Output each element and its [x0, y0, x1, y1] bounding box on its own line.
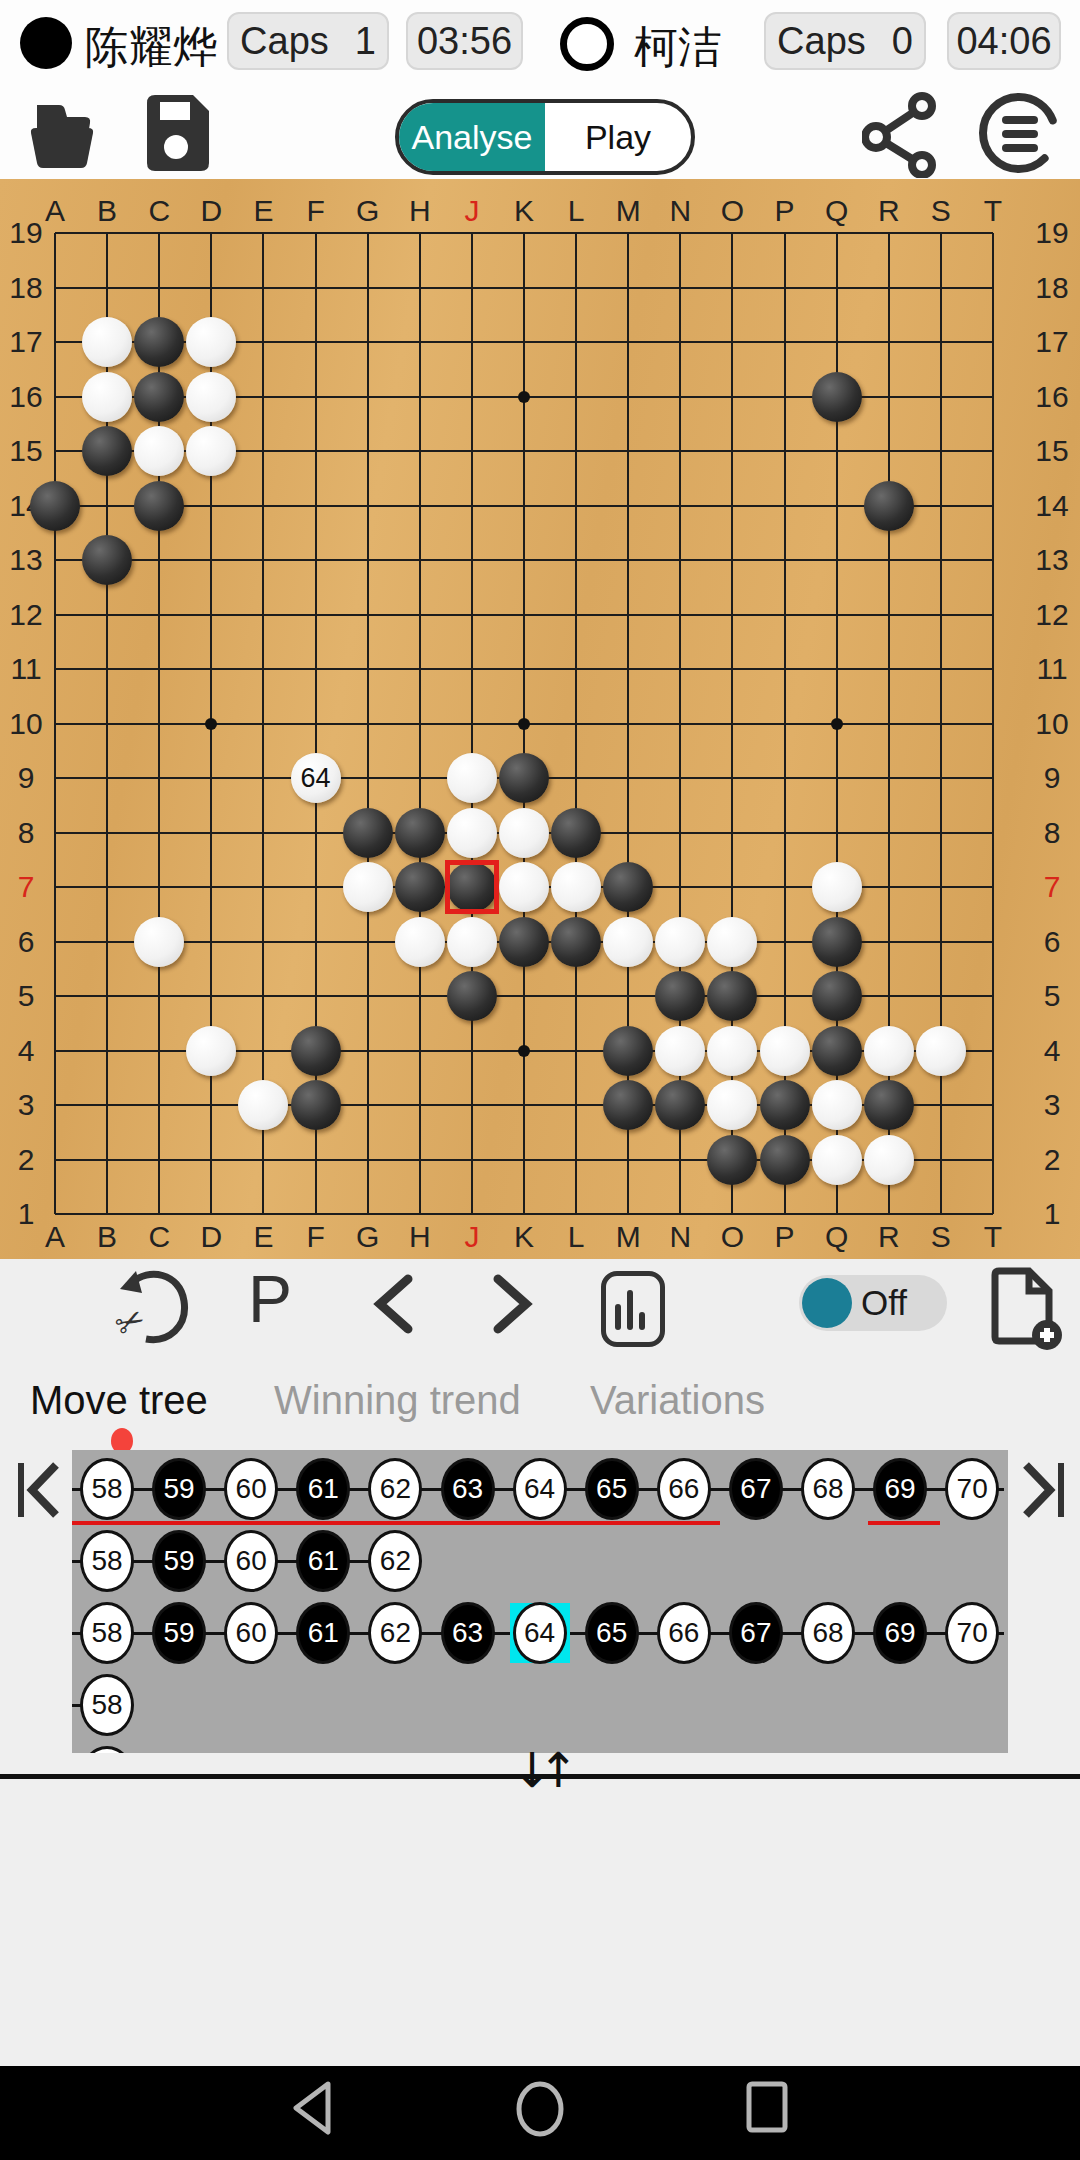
move-node[interactable]: 65 — [585, 1458, 639, 1520]
coord-label-row: 16 — [9, 380, 42, 414]
white-stone[interactable] — [864, 1026, 914, 1076]
share-icon[interactable] — [862, 92, 942, 182]
pass-button[interactable]: P — [248, 1261, 292, 1337]
coord-label-row: 5 — [1044, 979, 1061, 1013]
coord-label-row: 9 — [18, 761, 35, 795]
star-point — [518, 391, 530, 403]
caps-label: Caps — [240, 20, 329, 63]
move-node[interactable]: 59 — [152, 1458, 206, 1520]
toggle-label: Off — [861, 1283, 907, 1323]
coord-label-row: 14 — [1035, 489, 1068, 523]
coord-label-col: F — [306, 194, 324, 228]
coord-label-row: 7 — [1044, 870, 1061, 904]
move-node[interactable]: 61 — [296, 1458, 350, 1520]
black-stone[interactable] — [655, 971, 705, 1021]
skip-to-start-icon[interactable] — [16, 1461, 64, 1523]
coord-label-row: 12 — [1035, 598, 1068, 632]
coord-label-row: 18 — [9, 271, 42, 305]
coord-label-col: N — [669, 1220, 691, 1254]
coord-label-row: 15 — [1035, 434, 1068, 468]
coord-label-row: 9 — [1044, 761, 1061, 795]
nav-recents-icon[interactable] — [744, 2080, 790, 2134]
move-node[interactable]: 66 — [657, 1458, 711, 1520]
coord-label-row: 11 — [1036, 652, 1067, 686]
move-node[interactable]: 68 — [801, 1602, 855, 1664]
coord-label-row: 17 — [1035, 325, 1068, 359]
coord-label-col: C — [148, 1220, 170, 1254]
coord-label-col: B — [97, 1220, 117, 1254]
coord-label-col: L — [568, 1220, 585, 1254]
black-stone[interactable] — [812, 1026, 862, 1076]
black-stone[interactable] — [499, 917, 549, 967]
prev-move-icon[interactable] — [368, 1273, 420, 1339]
black-stone[interactable] — [760, 1135, 810, 1185]
move-node[interactable]: 63 — [441, 1602, 495, 1664]
move-node[interactable]: 67 — [729, 1458, 783, 1520]
star-point — [518, 1045, 530, 1057]
coord-label-col: A — [45, 194, 65, 228]
black-stone[interactable] — [812, 372, 862, 422]
app-screen: 陈耀烨 Caps1 03:56 柯洁 Caps0 04:06 — [0, 0, 1080, 2160]
coord-label-col: L — [568, 194, 585, 228]
move-node[interactable]: 63 — [441, 1458, 495, 1520]
black-stone[interactable] — [82, 535, 132, 585]
grid-line — [992, 233, 994, 1214]
coord-label-row: 13 — [1035, 543, 1068, 577]
move-node[interactable]: 62 — [368, 1458, 422, 1520]
move-tree-panel: 5859606162636465666768697058596061625859… — [72, 1450, 1008, 1753]
black-stone[interactable] — [499, 753, 549, 803]
move-node[interactable]: 59 — [152, 1602, 206, 1664]
clock-value: 04:06 — [956, 20, 1051, 63]
coord-label-col: P — [775, 194, 795, 228]
coord-label-col: D — [200, 194, 222, 228]
coord-label-col: A — [45, 1220, 65, 1254]
coord-label-col: K — [514, 194, 534, 228]
white-clock: 04:06 — [947, 12, 1061, 70]
coord-label-row: 15 — [9, 434, 42, 468]
move-node[interactable]: 70 — [945, 1458, 999, 1520]
clock-value: 03:56 — [417, 20, 512, 63]
black-stone[interactable] — [551, 917, 601, 967]
black-stone[interactable] — [707, 971, 757, 1021]
move-node[interactable]: 64 — [513, 1602, 567, 1664]
white-stone[interactable] — [447, 808, 497, 858]
nav-home-icon[interactable] — [514, 2080, 566, 2138]
mainline-underline — [72, 1521, 720, 1525]
coord-label-col: G — [356, 194, 379, 228]
white-stone[interactable] — [186, 372, 236, 422]
move-node[interactable]: 67 — [729, 1602, 783, 1664]
black-stone[interactable] — [603, 1080, 653, 1130]
move-node[interactable]: 60 — [224, 1530, 278, 1592]
coord-label-col: Q — [825, 194, 848, 228]
coord-label-col: M — [616, 194, 641, 228]
coord-label-row: 1 — [1044, 1197, 1061, 1231]
move-node[interactable]: 58 — [80, 1674, 134, 1736]
white-stone[interactable] — [655, 1026, 705, 1076]
move-node[interactable]: 65 — [585, 1602, 639, 1664]
star-point — [205, 718, 217, 730]
coord-label-col: D — [200, 1220, 222, 1254]
resize-handle[interactable]: ↓↑ — [512, 1742, 564, 1798]
caps-value: 0 — [892, 20, 913, 63]
black-captures-badge: Caps1 — [227, 12, 389, 70]
coord-label-row: 3 — [1044, 1088, 1061, 1122]
white-stone[interactable] — [760, 1026, 810, 1076]
black-stone[interactable] — [395, 862, 445, 912]
white-stone[interactable] — [707, 1080, 757, 1130]
coord-label-row: 13 — [9, 543, 42, 577]
coord-label-row: 2 — [18, 1143, 35, 1177]
coord-label-col: T — [984, 1220, 1002, 1254]
white-stone[interactable] — [916, 1026, 966, 1076]
coord-label-col: J — [464, 1220, 479, 1254]
coord-label-col: N — [669, 194, 691, 228]
coord-label-row: 1 — [18, 1197, 35, 1231]
coord-label-col: R — [878, 1220, 900, 1254]
android-navbar — [0, 2066, 1080, 2160]
white-stone[interactable] — [707, 917, 757, 967]
black-stone[interactable] — [343, 808, 393, 858]
move-node[interactable]: 59 — [152, 1530, 206, 1592]
open-file-icon[interactable] — [25, 93, 99, 177]
new-variation-icon[interactable] — [985, 1265, 1069, 1359]
black-player-stone-icon — [20, 17, 72, 69]
black-stone[interactable] — [134, 481, 184, 531]
white-captures-badge: Caps0 — [764, 12, 926, 70]
skip-to-end-icon[interactable] — [1018, 1461, 1066, 1523]
coord-label-col: K — [514, 1220, 534, 1254]
play-tab[interactable]: Play — [545, 103, 691, 171]
white-stone[interactable]: 64 — [291, 753, 341, 803]
move-node[interactable]: 62 — [368, 1530, 422, 1592]
coord-label-col: S — [931, 1220, 951, 1254]
black-stone[interactable] — [864, 1080, 914, 1130]
move-node[interactable]: 62 — [368, 1602, 422, 1664]
coord-label-row: 8 — [1044, 816, 1061, 850]
white-stone[interactable] — [186, 426, 236, 476]
black-stone[interactable] — [603, 862, 653, 912]
black-stone[interactable] — [134, 372, 184, 422]
edit-toolbar: ✂ P Off — [0, 1259, 1080, 1365]
move-node[interactable]: 69 — [873, 1458, 927, 1520]
move-node[interactable]: 58 — [80, 1530, 134, 1592]
coord-label-col: Q — [825, 1220, 848, 1254]
white-stone[interactable] — [812, 1135, 862, 1185]
black-stone[interactable] — [134, 317, 184, 367]
black-stone[interactable] — [655, 1080, 705, 1130]
white-stone[interactable] — [707, 1026, 757, 1076]
coord-label-row: 4 — [1044, 1034, 1061, 1068]
go-board[interactable]: AABBCCDDEEFFGGHHJJKKLLMMNNOOPPQQRRSSTT11… — [0, 179, 1080, 1260]
move-node[interactable]: 61 — [296, 1602, 350, 1664]
white-stone[interactable] — [186, 1026, 236, 1076]
star-point — [518, 718, 530, 730]
coord-label-col: H — [409, 1220, 431, 1254]
white-stone[interactable] — [499, 808, 549, 858]
last-move-marker — [445, 860, 499, 914]
black-stone[interactable] — [812, 971, 862, 1021]
coord-label-row: 4 — [18, 1034, 35, 1068]
move-node[interactable]: 60 — [224, 1602, 278, 1664]
black-stone[interactable] — [707, 1135, 757, 1185]
coord-label-col: R — [878, 194, 900, 228]
grid-line — [55, 1213, 993, 1215]
coord-label-row: 6 — [18, 925, 35, 959]
mode-toggle: Analyse Play — [395, 99, 695, 175]
white-stone[interactable] — [812, 862, 862, 912]
next-move-icon[interactable] — [486, 1273, 538, 1339]
coord-label-row: 18 — [1035, 271, 1068, 305]
white-stone[interactable] — [447, 917, 497, 967]
coord-label-row: 8 — [18, 816, 35, 850]
analysis-toggle[interactable]: Off — [799, 1275, 947, 1331]
move-node[interactable]: 61 — [296, 1530, 350, 1592]
move-node[interactable]: 68 — [801, 1458, 855, 1520]
panel-tabs: Move tree Winning trend Variations — [0, 1370, 1080, 1440]
black-player-name: 陈耀烨 — [85, 18, 217, 77]
coord-label-row: 7 — [18, 870, 35, 904]
caps-label: Caps — [777, 20, 866, 63]
white-stone[interactable] — [603, 917, 653, 967]
coord-label-row: 10 — [9, 707, 42, 741]
black-stone[interactable] — [812, 917, 862, 967]
caps-value: 1 — [355, 20, 376, 63]
coord-label-col: M — [616, 1220, 641, 1254]
coord-label-col: O — [721, 194, 744, 228]
move-node[interactable]: 58 — [80, 1458, 134, 1520]
coord-label-row: 2 — [1044, 1143, 1061, 1177]
white-stone[interactable] — [864, 1135, 914, 1185]
move-node[interactable]: 58 — [80, 1602, 134, 1664]
white-stone[interactable] — [499, 862, 549, 912]
coord-label-row: 11 — [10, 652, 41, 686]
white-stone[interactable] — [395, 917, 445, 967]
coord-label-row: 5 — [18, 979, 35, 1013]
coord-label-row: 3 — [18, 1088, 35, 1122]
coord-label-col: F — [306, 1220, 324, 1254]
star-point — [831, 718, 843, 730]
coord-label-col: E — [253, 194, 273, 228]
move-node[interactable]: 60 — [224, 1458, 278, 1520]
move-node[interactable]: 69 — [873, 1602, 927, 1664]
white-stone[interactable] — [447, 753, 497, 803]
white-stone[interactable] — [343, 862, 393, 912]
white-stone[interactable] — [655, 917, 705, 967]
move-node[interactable]: 58 — [80, 1746, 134, 1753]
black-stone[interactable] — [291, 1080, 341, 1130]
nav-back-icon[interactable] — [288, 2080, 334, 2136]
tab-winning-trend[interactable]: Winning trend — [274, 1378, 521, 1423]
coord-label-col: T — [984, 194, 1002, 228]
tab-move-tree[interactable]: Move tree — [30, 1378, 208, 1423]
black-stone[interactable] — [603, 1026, 653, 1076]
coord-label-row: 17 — [9, 325, 42, 359]
white-stone[interactable] — [812, 1080, 862, 1130]
black-stone[interactable] — [760, 1080, 810, 1130]
grid-line — [575, 233, 577, 1214]
move-node[interactable]: 66 — [657, 1602, 711, 1664]
coord-label-col: B — [97, 194, 117, 228]
coord-label-col: G — [356, 1220, 379, 1254]
header: 陈耀烨 Caps1 03:56 柯洁 Caps0 04:06 — [0, 0, 1080, 179]
coord-label-col: J — [464, 194, 479, 228]
coord-label-row: 16 — [1035, 380, 1068, 414]
black-clock: 03:56 — [406, 12, 523, 70]
black-stone[interactable] — [395, 808, 445, 858]
white-stone[interactable] — [134, 917, 184, 967]
move-node[interactable]: 64 — [513, 1458, 567, 1520]
coord-label-col: C — [148, 194, 170, 228]
svg-text:✂: ✂ — [108, 1298, 152, 1347]
mainline-underline — [868, 1521, 940, 1525]
coord-label-col: P — [775, 1220, 795, 1254]
white-stone[interactable] — [82, 317, 132, 367]
white-stone[interactable] — [82, 372, 132, 422]
coord-label-col: O — [721, 1220, 744, 1254]
coord-label-col: S — [931, 194, 951, 228]
undo-cut-icon[interactable]: ✂ — [108, 1265, 200, 1361]
black-stone[interactable] — [447, 971, 497, 1021]
black-stone[interactable] — [30, 481, 80, 531]
chart-icon[interactable] — [601, 1271, 665, 1347]
black-stone[interactable] — [551, 808, 601, 858]
white-stone[interactable] — [551, 862, 601, 912]
analyse-tab[interactable]: Analyse — [399, 103, 545, 171]
black-stone[interactable] — [291, 1026, 341, 1076]
black-stone[interactable] — [864, 481, 914, 531]
move-number-label: 64 — [301, 763, 331, 794]
coord-label-col: E — [253, 1220, 273, 1254]
save-icon[interactable] — [143, 91, 215, 177]
white-player-stone-icon — [560, 17, 614, 71]
toggle-knob — [802, 1278, 852, 1328]
coord-label-row: 6 — [1044, 925, 1061, 959]
tab-variations[interactable]: Variations — [590, 1378, 765, 1423]
white-player-name: 柯洁 — [634, 18, 722, 77]
coord-label-col: H — [409, 194, 431, 228]
menu-icon[interactable] — [976, 90, 1064, 182]
black-stone[interactable] — [82, 426, 132, 476]
coord-label-row: 12 — [9, 598, 42, 632]
move-node[interactable]: 70 — [945, 1602, 999, 1664]
white-stone[interactable] — [134, 426, 184, 476]
coord-label-row: 10 — [1035, 707, 1068, 741]
white-stone[interactable] — [238, 1080, 288, 1130]
white-stone[interactable] — [186, 317, 236, 367]
coord-label-row: 19 — [9, 216, 42, 250]
coord-label-row: 19 — [1035, 216, 1068, 250]
